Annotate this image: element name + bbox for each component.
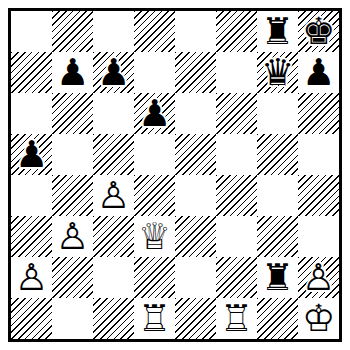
black-pawn-icon: ♟ — [11, 134, 52, 175]
square-e6[interactable] — [175, 93, 216, 134]
square-c2[interactable] — [93, 257, 134, 298]
square-b1[interactable] — [52, 298, 93, 339]
black-pawn-icon: ♟ — [134, 93, 175, 134]
white-pawn-outline-icon: ♙ — [93, 175, 134, 216]
square-a1[interactable] — [11, 298, 52, 339]
square-c8[interactable] — [93, 11, 134, 52]
square-c4[interactable]: ♟♙ — [93, 175, 134, 216]
black-king-icon: ♚ — [298, 11, 339, 52]
square-a3[interactable] — [11, 216, 52, 257]
white-rook-outline-icon: ♖ — [134, 298, 175, 339]
square-a5[interactable]: ♟ — [11, 134, 52, 175]
square-f2[interactable] — [216, 257, 257, 298]
piece-white-rook-f1[interactable]: ♜♖ — [216, 298, 257, 339]
square-a7[interactable] — [11, 52, 52, 93]
white-pawn-outline-icon: ♙ — [52, 216, 93, 257]
black-pawn-icon: ♟ — [52, 52, 93, 93]
square-h3[interactable] — [298, 216, 339, 257]
chess-board: ♜♚♟♟♛♟♟♟♟♙♟♙♛♕♟♙♜♟♙♜♖♜♖♚♔ — [8, 8, 342, 342]
square-e3[interactable] — [175, 216, 216, 257]
square-a6[interactable] — [11, 93, 52, 134]
black-rook-icon: ♜ — [257, 257, 298, 298]
square-d1[interactable]: ♜♖ — [134, 298, 175, 339]
piece-white-queen-d3[interactable]: ♛♕ — [134, 216, 175, 257]
square-a4[interactable] — [11, 175, 52, 216]
square-e8[interactable] — [175, 11, 216, 52]
square-c3[interactable] — [93, 216, 134, 257]
square-h5[interactable] — [298, 134, 339, 175]
square-g8[interactable]: ♜ — [257, 11, 298, 52]
square-h2[interactable]: ♟♙ — [298, 257, 339, 298]
square-g7[interactable]: ♛ — [257, 52, 298, 93]
piece-black-pawn-a5[interactable]: ♟ — [11, 134, 52, 175]
piece-black-pawn-h7[interactable]: ♟ — [298, 52, 339, 93]
square-b4[interactable] — [52, 175, 93, 216]
square-h8[interactable]: ♚ — [298, 11, 339, 52]
piece-white-pawn-c4[interactable]: ♟♙ — [93, 175, 134, 216]
square-b8[interactable] — [52, 11, 93, 52]
square-f4[interactable] — [216, 175, 257, 216]
square-d2[interactable] — [134, 257, 175, 298]
square-f6[interactable] — [216, 93, 257, 134]
square-b7[interactable]: ♟ — [52, 52, 93, 93]
square-d8[interactable] — [134, 11, 175, 52]
white-pawn-outline-icon: ♙ — [298, 257, 339, 298]
square-d7[interactable] — [134, 52, 175, 93]
square-e2[interactable] — [175, 257, 216, 298]
square-g2[interactable]: ♜ — [257, 257, 298, 298]
square-e1[interactable] — [175, 298, 216, 339]
square-c7[interactable]: ♟ — [93, 52, 134, 93]
square-b5[interactable] — [52, 134, 93, 175]
square-a2[interactable]: ♟♙ — [11, 257, 52, 298]
square-f8[interactable] — [216, 11, 257, 52]
square-c1[interactable] — [93, 298, 134, 339]
square-a8[interactable] — [11, 11, 52, 52]
white-pawn-outline-icon: ♙ — [11, 257, 52, 298]
chess-diagram: ♜♚♟♟♛♟♟♟♟♙♟♙♛♕♟♙♜♟♙♜♖♜♖♚♔ — [0, 0, 350, 350]
square-f5[interactable] — [216, 134, 257, 175]
piece-black-king-h8[interactable]: ♚ — [298, 11, 339, 52]
square-h4[interactable] — [298, 175, 339, 216]
piece-black-queen-g7[interactable]: ♛ — [257, 52, 298, 93]
piece-black-pawn-b7[interactable]: ♟ — [52, 52, 93, 93]
piece-white-pawn-b3[interactable]: ♟♙ — [52, 216, 93, 257]
square-b2[interactable] — [52, 257, 93, 298]
square-g1[interactable] — [257, 298, 298, 339]
white-rook-outline-icon: ♖ — [216, 298, 257, 339]
square-c6[interactable] — [93, 93, 134, 134]
square-h1[interactable]: ♚♔ — [298, 298, 339, 339]
square-d4[interactable] — [134, 175, 175, 216]
square-e7[interactable] — [175, 52, 216, 93]
square-d5[interactable] — [134, 134, 175, 175]
square-b6[interactable] — [52, 93, 93, 134]
black-pawn-icon: ♟ — [93, 52, 134, 93]
square-e5[interactable] — [175, 134, 216, 175]
piece-white-pawn-a2[interactable]: ♟♙ — [11, 257, 52, 298]
piece-white-king-h1[interactable]: ♚♔ — [298, 298, 339, 339]
black-rook-icon: ♜ — [257, 11, 298, 52]
square-f1[interactable]: ♜♖ — [216, 298, 257, 339]
square-g5[interactable] — [257, 134, 298, 175]
square-g4[interactable] — [257, 175, 298, 216]
square-e4[interactable] — [175, 175, 216, 216]
white-queen-outline-icon: ♕ — [134, 216, 175, 257]
white-king-outline-icon: ♔ — [298, 298, 339, 339]
square-f7[interactable] — [216, 52, 257, 93]
square-f3[interactable] — [216, 216, 257, 257]
square-h6[interactable] — [298, 93, 339, 134]
square-c5[interactable] — [93, 134, 134, 175]
square-h7[interactable]: ♟ — [298, 52, 339, 93]
square-d6[interactable]: ♟ — [134, 93, 175, 134]
piece-black-pawn-d6[interactable]: ♟ — [134, 93, 175, 134]
square-g6[interactable] — [257, 93, 298, 134]
piece-black-rook-g8[interactable]: ♜ — [257, 11, 298, 52]
black-queen-icon: ♛ — [257, 52, 298, 93]
piece-white-pawn-h2[interactable]: ♟♙ — [298, 257, 339, 298]
piece-white-rook-d1[interactable]: ♜♖ — [134, 298, 175, 339]
square-b3[interactable]: ♟♙ — [52, 216, 93, 257]
piece-black-pawn-c7[interactable]: ♟ — [93, 52, 134, 93]
black-pawn-icon: ♟ — [298, 52, 339, 93]
square-d3[interactable]: ♛♕ — [134, 216, 175, 257]
piece-black-rook-g2[interactable]: ♜ — [257, 257, 298, 298]
square-g3[interactable] — [257, 216, 298, 257]
